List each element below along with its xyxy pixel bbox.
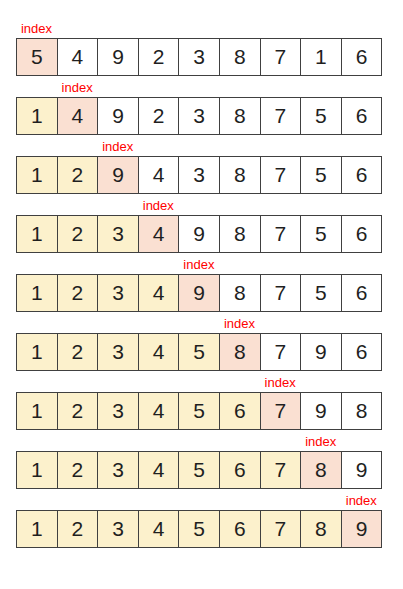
cell-r5-c7: 7 bbox=[261, 275, 301, 311]
index-label: index bbox=[300, 435, 341, 449]
array-row: 123456798 bbox=[16, 392, 382, 430]
index-label-row: index bbox=[16, 437, 382, 451]
cell-r8-c5: 5 bbox=[179, 452, 219, 488]
cell-r3-c1: 1 bbox=[17, 157, 57, 193]
cell-r8-c1: 1 bbox=[17, 452, 57, 488]
index-label: index bbox=[16, 22, 57, 36]
cell-r6-c3: 3 bbox=[98, 334, 138, 370]
index-label-row: index bbox=[16, 260, 382, 274]
cell-r3-c7: 7 bbox=[261, 157, 301, 193]
array-row: 123498756 bbox=[16, 215, 382, 253]
cell-r7-c3: 3 bbox=[98, 393, 138, 429]
cell-r6-c7: 7 bbox=[261, 334, 301, 370]
cell-r1-c7: 7 bbox=[261, 39, 301, 75]
cell-r7-c9: 8 bbox=[342, 393, 382, 429]
cell-r6-c5: 5 bbox=[179, 334, 219, 370]
array-row: 549238716 bbox=[16, 38, 382, 76]
index-label: index bbox=[97, 140, 138, 154]
cell-r1-c2: 4 bbox=[58, 39, 98, 75]
sort-step-2: index149238756 bbox=[16, 83, 382, 135]
cell-r9-c3: 3 bbox=[98, 511, 138, 547]
cell-r3-c6: 8 bbox=[220, 157, 260, 193]
cell-r4-c1: 1 bbox=[17, 216, 57, 252]
cell-r4-c5: 9 bbox=[179, 216, 219, 252]
cell-r5-c2: 2 bbox=[58, 275, 98, 311]
cell-r3-c8: 5 bbox=[301, 157, 341, 193]
cell-r8-c2: 2 bbox=[58, 452, 98, 488]
cell-r8-c3: 3 bbox=[98, 452, 138, 488]
cell-r2-c3: 9 bbox=[98, 98, 138, 134]
cell-r1-c9: 6 bbox=[342, 39, 382, 75]
sort-step-5: index123498756 bbox=[16, 260, 382, 312]
cell-r7-c7: 7 bbox=[261, 393, 301, 429]
cell-r4-c9: 6 bbox=[342, 216, 382, 252]
cell-r4-c7: 7 bbox=[261, 216, 301, 252]
cell-r7-c8: 9 bbox=[301, 393, 341, 429]
index-label: index bbox=[219, 317, 260, 331]
index-label: index bbox=[260, 376, 301, 390]
cell-r9-c9: 9 bbox=[342, 511, 382, 547]
index-label-row: index bbox=[16, 378, 382, 392]
cell-r5-c6: 8 bbox=[220, 275, 260, 311]
cell-r4-c2: 2 bbox=[58, 216, 98, 252]
cell-r8-c8: 8 bbox=[301, 452, 341, 488]
cell-r6-c1: 1 bbox=[17, 334, 57, 370]
index-label-row: index bbox=[16, 24, 382, 38]
cell-r8-c9: 9 bbox=[342, 452, 382, 488]
cell-r2-c4: 2 bbox=[139, 98, 179, 134]
cell-r2-c9: 6 bbox=[342, 98, 382, 134]
cell-r4-c3: 3 bbox=[98, 216, 138, 252]
cell-r6-c6: 8 bbox=[220, 334, 260, 370]
cell-r5-c5: 9 bbox=[179, 275, 219, 311]
sort-step-1: index549238716 bbox=[16, 24, 382, 76]
cell-r9-c1: 1 bbox=[17, 511, 57, 547]
cell-r1-c6: 8 bbox=[220, 39, 260, 75]
cell-r1-c3: 9 bbox=[98, 39, 138, 75]
index-label-row: index bbox=[16, 142, 382, 156]
cell-r6-c4: 4 bbox=[139, 334, 179, 370]
cell-r7-c1: 1 bbox=[17, 393, 57, 429]
array-row: 123456789 bbox=[16, 510, 382, 548]
cell-r3-c2: 2 bbox=[58, 157, 98, 193]
cell-r5-c1: 1 bbox=[17, 275, 57, 311]
cell-r5-c4: 4 bbox=[139, 275, 179, 311]
cell-r2-c6: 8 bbox=[220, 98, 260, 134]
sort-step-8: index123456789 bbox=[16, 437, 382, 489]
cell-r9-c2: 2 bbox=[58, 511, 98, 547]
sort-step-3: index129438756 bbox=[16, 142, 382, 194]
cell-r2-c5: 3 bbox=[179, 98, 219, 134]
cell-r9-c7: 7 bbox=[261, 511, 301, 547]
cell-r7-c5: 5 bbox=[179, 393, 219, 429]
index-label: index bbox=[341, 494, 382, 508]
index-label: index bbox=[178, 258, 219, 272]
index-label-row: index bbox=[16, 319, 382, 333]
cell-r8-c6: 6 bbox=[220, 452, 260, 488]
cell-r7-c2: 2 bbox=[58, 393, 98, 429]
cell-r4-c6: 8 bbox=[220, 216, 260, 252]
cell-r5-c8: 5 bbox=[301, 275, 341, 311]
array-row: 149238756 bbox=[16, 97, 382, 135]
cell-r1-c5: 3 bbox=[179, 39, 219, 75]
array-row: 123458796 bbox=[16, 333, 382, 371]
cell-r4-c4: 4 bbox=[139, 216, 179, 252]
sort-step-6: index123458796 bbox=[16, 319, 382, 371]
cell-r6-c8: 9 bbox=[301, 334, 341, 370]
array-row: 123456789 bbox=[16, 451, 382, 489]
sort-step-7: index123456798 bbox=[16, 378, 382, 430]
cell-r9-c5: 5 bbox=[179, 511, 219, 547]
cell-r3-c5: 3 bbox=[179, 157, 219, 193]
cell-r3-c4: 4 bbox=[139, 157, 179, 193]
cell-r3-c3: 9 bbox=[98, 157, 138, 193]
cell-r5-c9: 6 bbox=[342, 275, 382, 311]
cell-r1-c4: 2 bbox=[139, 39, 179, 75]
index-label: index bbox=[57, 81, 98, 95]
cell-r8-c7: 7 bbox=[261, 452, 301, 488]
index-label-row: index bbox=[16, 83, 382, 97]
array-row: 129438756 bbox=[16, 156, 382, 194]
cell-r9-c6: 6 bbox=[220, 511, 260, 547]
cell-r6-c9: 6 bbox=[342, 334, 382, 370]
cell-r5-c3: 3 bbox=[98, 275, 138, 311]
cell-r1-c8: 1 bbox=[301, 39, 341, 75]
index-label-row: index bbox=[16, 496, 382, 510]
cell-r9-c4: 4 bbox=[139, 511, 179, 547]
cell-r9-c8: 8 bbox=[301, 511, 341, 547]
cell-r6-c2: 2 bbox=[58, 334, 98, 370]
cell-r2-c7: 7 bbox=[261, 98, 301, 134]
cell-r7-c4: 4 bbox=[139, 393, 179, 429]
cell-r7-c6: 6 bbox=[220, 393, 260, 429]
cell-r1-c1: 5 bbox=[17, 39, 57, 75]
cell-r2-c8: 5 bbox=[301, 98, 341, 134]
sort-visualization: index549238716index149238756index1294387… bbox=[0, 0, 403, 589]
index-label-row: index bbox=[16, 201, 382, 215]
sort-step-4: index123498756 bbox=[16, 201, 382, 253]
index-label: index bbox=[138, 199, 179, 213]
array-row: 123498756 bbox=[16, 274, 382, 312]
cell-r8-c4: 4 bbox=[139, 452, 179, 488]
cell-r4-c8: 5 bbox=[301, 216, 341, 252]
sort-step-9: index123456789 bbox=[16, 496, 382, 548]
cell-r3-c9: 6 bbox=[342, 157, 382, 193]
cell-r2-c2: 4 bbox=[58, 98, 98, 134]
cell-r2-c1: 1 bbox=[17, 98, 57, 134]
